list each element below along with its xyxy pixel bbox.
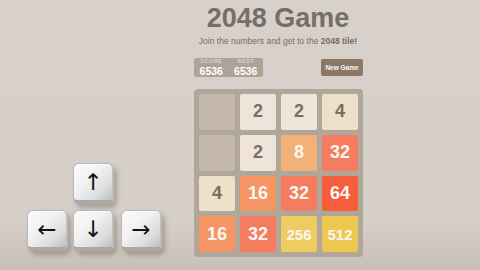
arrow-up-key[interactable]: ↑ [73, 163, 114, 204]
tile-32: 32 [281, 176, 317, 212]
tile-8: 8 [281, 135, 317, 171]
new-game-button[interactable]: New Game [321, 59, 363, 76]
tile-2: 2 [240, 135, 276, 171]
page-title: 2048 Game [207, 3, 350, 34]
board-grid: 224283241632641632256512 [194, 89, 363, 257]
scoreboard: SCORE 6536 BEST 6536 [194, 58, 263, 77]
best-value: 6536 [234, 66, 257, 77]
empty-cell [199, 135, 235, 171]
best-label: BEST [237, 59, 254, 65]
score-value: 6536 [200, 66, 223, 77]
tile-64: 64 [322, 176, 358, 212]
tile-16: 16 [240, 176, 276, 212]
tile-32: 32 [322, 135, 358, 171]
arrow-down-key[interactable]: ↓ [73, 210, 114, 251]
subtitle-text: Join the numbers and get to the [199, 36, 321, 46]
tile-4: 4 [322, 94, 358, 130]
tile-4: 4 [199, 176, 235, 212]
tile-2: 2 [281, 94, 317, 130]
subtitle: Join the numbers and get to the 2048 til… [199, 36, 357, 46]
tile-512: 512 [322, 216, 358, 252]
arrow-right-key[interactable]: → [121, 210, 162, 251]
tile-32: 32 [240, 216, 276, 252]
tile-256: 256 [281, 216, 317, 252]
arrow-left-key[interactable]: ← [27, 210, 68, 251]
tile-2: 2 [240, 94, 276, 130]
tile-16: 16 [199, 216, 235, 252]
best-stat: BEST 6536 [229, 58, 264, 77]
score-stat: SCORE 6536 [194, 58, 229, 77]
empty-cell [199, 94, 235, 130]
score-label: SCORE [200, 59, 222, 65]
subtitle-goal: 2048 tile! [321, 36, 357, 46]
